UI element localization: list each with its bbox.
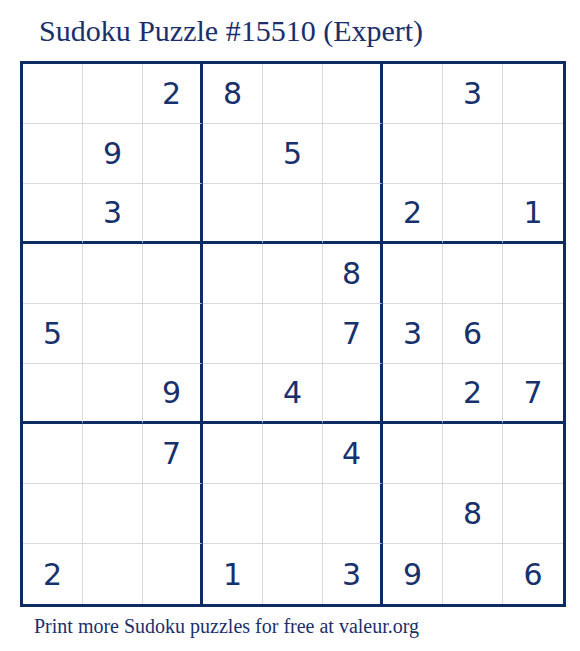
cell-r7c9[interactable] — [503, 424, 563, 484]
given-digit: 1 — [523, 195, 542, 230]
cell-r1c2[interactable] — [83, 64, 143, 124]
cell-r6c5[interactable]: 4 — [263, 364, 323, 424]
given-digit: 3 — [403, 316, 422, 351]
cell-r9c1[interactable]: 2 — [23, 544, 83, 604]
cell-r3c7[interactable]: 2 — [383, 184, 443, 244]
given-digit: 3 — [342, 557, 361, 592]
given-digit: 8 — [463, 496, 482, 531]
cell-r5c1[interactable]: 5 — [23, 304, 83, 364]
cell-r6c6[interactable] — [323, 364, 383, 424]
cell-r1c1[interactable] — [23, 64, 83, 124]
cell-r4c2[interactable] — [83, 244, 143, 304]
cell-r4c7[interactable] — [383, 244, 443, 304]
cell-r2c1[interactable] — [23, 124, 83, 184]
cell-r5c5[interactable] — [263, 304, 323, 364]
cell-r5c6[interactable]: 7 — [323, 304, 383, 364]
given-digit: 3 — [103, 195, 122, 230]
given-digit: 2 — [43, 557, 62, 592]
cell-r6c8[interactable]: 2 — [443, 364, 503, 424]
footer-text: Print more Sudoku puzzles for free at va… — [34, 615, 419, 638]
cell-r2c6[interactable] — [323, 124, 383, 184]
cell-r2c7[interactable] — [383, 124, 443, 184]
given-digit: 9 — [403, 557, 422, 592]
given-digit: 6 — [463, 316, 482, 351]
cell-r8c8[interactable]: 8 — [443, 484, 503, 544]
given-digit: 6 — [523, 557, 542, 592]
cell-r3c1[interactable] — [23, 184, 83, 244]
cell-r9c6[interactable]: 3 — [323, 544, 383, 604]
cell-r3c2[interactable]: 3 — [83, 184, 143, 244]
cell-r6c2[interactable] — [83, 364, 143, 424]
cell-r5c3[interactable] — [143, 304, 203, 364]
cell-r9c5[interactable] — [263, 544, 323, 604]
cell-r7c7[interactable] — [383, 424, 443, 484]
cell-r5c7[interactable]: 3 — [383, 304, 443, 364]
cell-r8c4[interactable] — [203, 484, 263, 544]
cell-r2c3[interactable] — [143, 124, 203, 184]
cell-r2c9[interactable] — [503, 124, 563, 184]
cell-r6c9[interactable]: 7 — [503, 364, 563, 424]
cell-r5c2[interactable] — [83, 304, 143, 364]
cell-r1c7[interactable] — [383, 64, 443, 124]
given-digit: 7 — [523, 375, 542, 410]
given-digit: 5 — [43, 316, 62, 351]
cell-r4c8[interactable] — [443, 244, 503, 304]
sudoku-board: 2839532185736942774821396 — [20, 61, 566, 607]
cell-r1c8[interactable]: 3 — [443, 64, 503, 124]
given-digit: 4 — [342, 436, 361, 471]
cell-r2c2[interactable]: 9 — [83, 124, 143, 184]
cell-r8c2[interactable] — [83, 484, 143, 544]
cell-r9c8[interactable] — [443, 544, 503, 604]
cell-r8c7[interactable] — [383, 484, 443, 544]
cell-r7c3[interactable]: 7 — [143, 424, 203, 484]
cell-r4c6[interactable]: 8 — [323, 244, 383, 304]
cell-r1c9[interactable] — [503, 64, 563, 124]
cell-r6c1[interactable] — [23, 364, 83, 424]
cell-r3c9[interactable]: 1 — [503, 184, 563, 244]
given-digit: 9 — [162, 375, 181, 410]
cell-r6c4[interactable] — [203, 364, 263, 424]
cell-r6c7[interactable] — [383, 364, 443, 424]
given-digit: 2 — [162, 76, 181, 111]
cell-r8c9[interactable] — [503, 484, 563, 544]
cell-r9c3[interactable] — [143, 544, 203, 604]
cell-r2c5[interactable]: 5 — [263, 124, 323, 184]
cell-r7c4[interactable] — [203, 424, 263, 484]
cell-r1c6[interactable] — [323, 64, 383, 124]
given-digit: 8 — [223, 76, 242, 111]
cell-r4c4[interactable] — [203, 244, 263, 304]
cell-r1c3[interactable]: 2 — [143, 64, 203, 124]
cell-r9c7[interactable]: 9 — [383, 544, 443, 604]
given-digit: 3 — [463, 76, 482, 111]
cell-r8c3[interactable] — [143, 484, 203, 544]
page-title: Sudoku Puzzle #15510 (Expert) — [39, 13, 423, 49]
cell-r5c4[interactable] — [203, 304, 263, 364]
cell-r4c5[interactable] — [263, 244, 323, 304]
cell-r8c5[interactable] — [263, 484, 323, 544]
given-digit: 9 — [103, 136, 122, 171]
cell-r9c4[interactable]: 1 — [203, 544, 263, 604]
cell-r5c8[interactable]: 6 — [443, 304, 503, 364]
given-digit: 1 — [223, 557, 242, 592]
cell-r7c8[interactable] — [443, 424, 503, 484]
cell-r8c6[interactable] — [323, 484, 383, 544]
given-digit: 4 — [283, 375, 302, 410]
given-digit: 7 — [342, 316, 361, 351]
cell-r2c8[interactable] — [443, 124, 503, 184]
cell-r3c4[interactable] — [203, 184, 263, 244]
cell-r3c6[interactable] — [323, 184, 383, 244]
cell-r7c5[interactable] — [263, 424, 323, 484]
given-digit: 5 — [283, 136, 302, 171]
cell-r7c2[interactable] — [83, 424, 143, 484]
cell-r4c9[interactable] — [503, 244, 563, 304]
cell-r3c5[interactable] — [263, 184, 323, 244]
cell-r1c4[interactable]: 8 — [203, 64, 263, 124]
given-digit: 7 — [162, 436, 181, 471]
cell-r7c1[interactable] — [23, 424, 83, 484]
cell-r8c1[interactable] — [23, 484, 83, 544]
cell-r4c3[interactable] — [143, 244, 203, 304]
cell-r7c6[interactable]: 4 — [323, 424, 383, 484]
cell-r9c2[interactable] — [83, 544, 143, 604]
cell-r5c9[interactable] — [503, 304, 563, 364]
given-digit: 8 — [342, 256, 361, 291]
given-digit: 2 — [463, 375, 482, 410]
cell-r9c9[interactable]: 6 — [503, 544, 563, 604]
cell-r1c5[interactable] — [263, 64, 323, 124]
cell-r6c3[interactable]: 9 — [143, 364, 203, 424]
given-digit: 2 — [403, 195, 422, 230]
cell-r2c4[interactable] — [203, 124, 263, 184]
cell-r3c3[interactable] — [143, 184, 203, 244]
cell-r4c1[interactable] — [23, 244, 83, 304]
cell-r3c8[interactable] — [443, 184, 503, 244]
